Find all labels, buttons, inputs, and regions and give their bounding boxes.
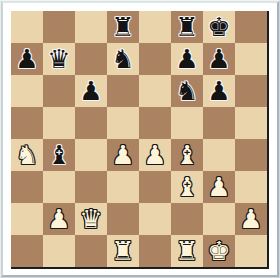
square-f5[interactable] bbox=[171, 107, 203, 139]
square-d8[interactable]: ♜ bbox=[107, 11, 139, 43]
white-pawn-h2[interactable]: ♟ bbox=[239, 203, 262, 235]
square-h8[interactable] bbox=[235, 11, 267, 43]
square-e6[interactable] bbox=[139, 75, 171, 107]
square-a1[interactable] bbox=[11, 235, 43, 267]
square-e2[interactable] bbox=[139, 203, 171, 235]
square-g3[interactable]: ♟ bbox=[203, 171, 235, 203]
square-d5[interactable] bbox=[107, 107, 139, 139]
square-c6[interactable]: ♟ bbox=[75, 75, 107, 107]
square-f6[interactable]: ♞ bbox=[171, 75, 203, 107]
black-queen-b7[interactable]: ♛ bbox=[47, 43, 70, 75]
square-b6[interactable] bbox=[43, 75, 75, 107]
black-knight-f6[interactable]: ♞ bbox=[175, 75, 198, 107]
black-pawn-f7[interactable]: ♟ bbox=[175, 43, 198, 75]
black-bishop-b4[interactable]: ♝ bbox=[47, 139, 70, 171]
black-pawn-g7[interactable]: ♟ bbox=[207, 43, 230, 75]
square-e5[interactable] bbox=[139, 107, 171, 139]
square-f4[interactable]: ♝ bbox=[171, 139, 203, 171]
black-pawn-c6[interactable]: ♟ bbox=[79, 75, 102, 107]
white-pawn-g3[interactable]: ♟ bbox=[207, 171, 230, 203]
square-e1[interactable] bbox=[139, 235, 171, 267]
white-queen-c2[interactable]: ♛ bbox=[79, 203, 102, 235]
board-frame: ♜♜♚♟♛♞♟♟♟♞♟♞♝♟♟♝♝♟♟♛♟♜♜♚ bbox=[11, 11, 269, 269]
square-h4[interactable] bbox=[235, 139, 267, 171]
square-f7[interactable]: ♟ bbox=[171, 43, 203, 75]
square-h2[interactable]: ♟ bbox=[235, 203, 267, 235]
square-g5[interactable] bbox=[203, 107, 235, 139]
square-g7[interactable]: ♟ bbox=[203, 43, 235, 75]
square-a7[interactable]: ♟ bbox=[11, 43, 43, 75]
square-f1[interactable]: ♜ bbox=[171, 235, 203, 267]
square-e4[interactable]: ♟ bbox=[139, 139, 171, 171]
white-king-g1[interactable]: ♚ bbox=[207, 235, 230, 267]
square-b2[interactable]: ♟ bbox=[43, 203, 75, 235]
square-c3[interactable] bbox=[75, 171, 107, 203]
white-bishop-f3[interactable]: ♝ bbox=[175, 171, 198, 203]
square-c8[interactable] bbox=[75, 11, 107, 43]
square-f2[interactable] bbox=[171, 203, 203, 235]
square-e8[interactable] bbox=[139, 11, 171, 43]
square-h6[interactable] bbox=[235, 75, 267, 107]
square-d1[interactable]: ♜ bbox=[107, 235, 139, 267]
square-h1[interactable] bbox=[235, 235, 267, 267]
white-bishop-f4[interactable]: ♝ bbox=[175, 139, 198, 171]
square-f3[interactable]: ♝ bbox=[171, 171, 203, 203]
square-b5[interactable] bbox=[43, 107, 75, 139]
black-pawn-a7[interactable]: ♟ bbox=[15, 43, 38, 75]
square-d7[interactable]: ♞ bbox=[107, 43, 139, 75]
square-b3[interactable] bbox=[43, 171, 75, 203]
white-rook-d1[interactable]: ♜ bbox=[111, 235, 134, 267]
square-h3[interactable] bbox=[235, 171, 267, 203]
white-pawn-e4[interactable]: ♟ bbox=[143, 139, 166, 171]
square-a6[interactable] bbox=[11, 75, 43, 107]
square-a3[interactable] bbox=[11, 171, 43, 203]
white-pawn-b2[interactable]: ♟ bbox=[47, 203, 70, 235]
white-knight-a4[interactable]: ♞ bbox=[15, 139, 38, 171]
black-rook-d8[interactable]: ♜ bbox=[111, 11, 134, 43]
black-king-g8[interactable]: ♚ bbox=[207, 11, 230, 43]
square-g8[interactable]: ♚ bbox=[203, 11, 235, 43]
square-e3[interactable] bbox=[139, 171, 171, 203]
square-g6[interactable]: ♟ bbox=[203, 75, 235, 107]
square-a2[interactable] bbox=[11, 203, 43, 235]
square-f8[interactable]: ♜ bbox=[171, 11, 203, 43]
chess-board[interactable]: ♜♜♚♟♛♞♟♟♟♞♟♞♝♟♟♝♝♟♟♛♟♜♜♚ bbox=[11, 11, 267, 267]
square-g2[interactable] bbox=[203, 203, 235, 235]
square-g1[interactable]: ♚ bbox=[203, 235, 235, 267]
square-c2[interactable]: ♛ bbox=[75, 203, 107, 235]
square-g4[interactable] bbox=[203, 139, 235, 171]
square-d6[interactable] bbox=[107, 75, 139, 107]
square-a4[interactable]: ♞ bbox=[11, 139, 43, 171]
square-c5[interactable] bbox=[75, 107, 107, 139]
white-pawn-d4[interactable]: ♟ bbox=[111, 139, 134, 171]
square-a8[interactable] bbox=[11, 11, 43, 43]
chess-app-window: ♜♜♚♟♛♞♟♟♟♞♟♞♝♟♟♝♝♟♟♛♟♜♜♚ bbox=[0, 0, 280, 278]
square-c1[interactable] bbox=[75, 235, 107, 267]
square-h7[interactable] bbox=[235, 43, 267, 75]
black-knight-d7[interactable]: ♞ bbox=[111, 43, 134, 75]
square-d4[interactable]: ♟ bbox=[107, 139, 139, 171]
square-d2[interactable] bbox=[107, 203, 139, 235]
square-b1[interactable] bbox=[43, 235, 75, 267]
square-d3[interactable] bbox=[107, 171, 139, 203]
square-a5[interactable] bbox=[11, 107, 43, 139]
square-c4[interactable] bbox=[75, 139, 107, 171]
square-h5[interactable] bbox=[235, 107, 267, 139]
square-b7[interactable]: ♛ bbox=[43, 43, 75, 75]
square-c7[interactable] bbox=[75, 43, 107, 75]
black-rook-f8[interactable]: ♜ bbox=[175, 11, 198, 43]
black-pawn-g6[interactable]: ♟ bbox=[207, 75, 230, 107]
square-e7[interactable] bbox=[139, 43, 171, 75]
window-frame: ♜♜♚♟♛♞♟♟♟♞♟♞♝♟♟♝♝♟♟♛♟♜♜♚ bbox=[1, 1, 279, 277]
white-rook-f1[interactable]: ♜ bbox=[175, 235, 198, 267]
square-b8[interactable] bbox=[43, 11, 75, 43]
square-b4[interactable]: ♝ bbox=[43, 139, 75, 171]
